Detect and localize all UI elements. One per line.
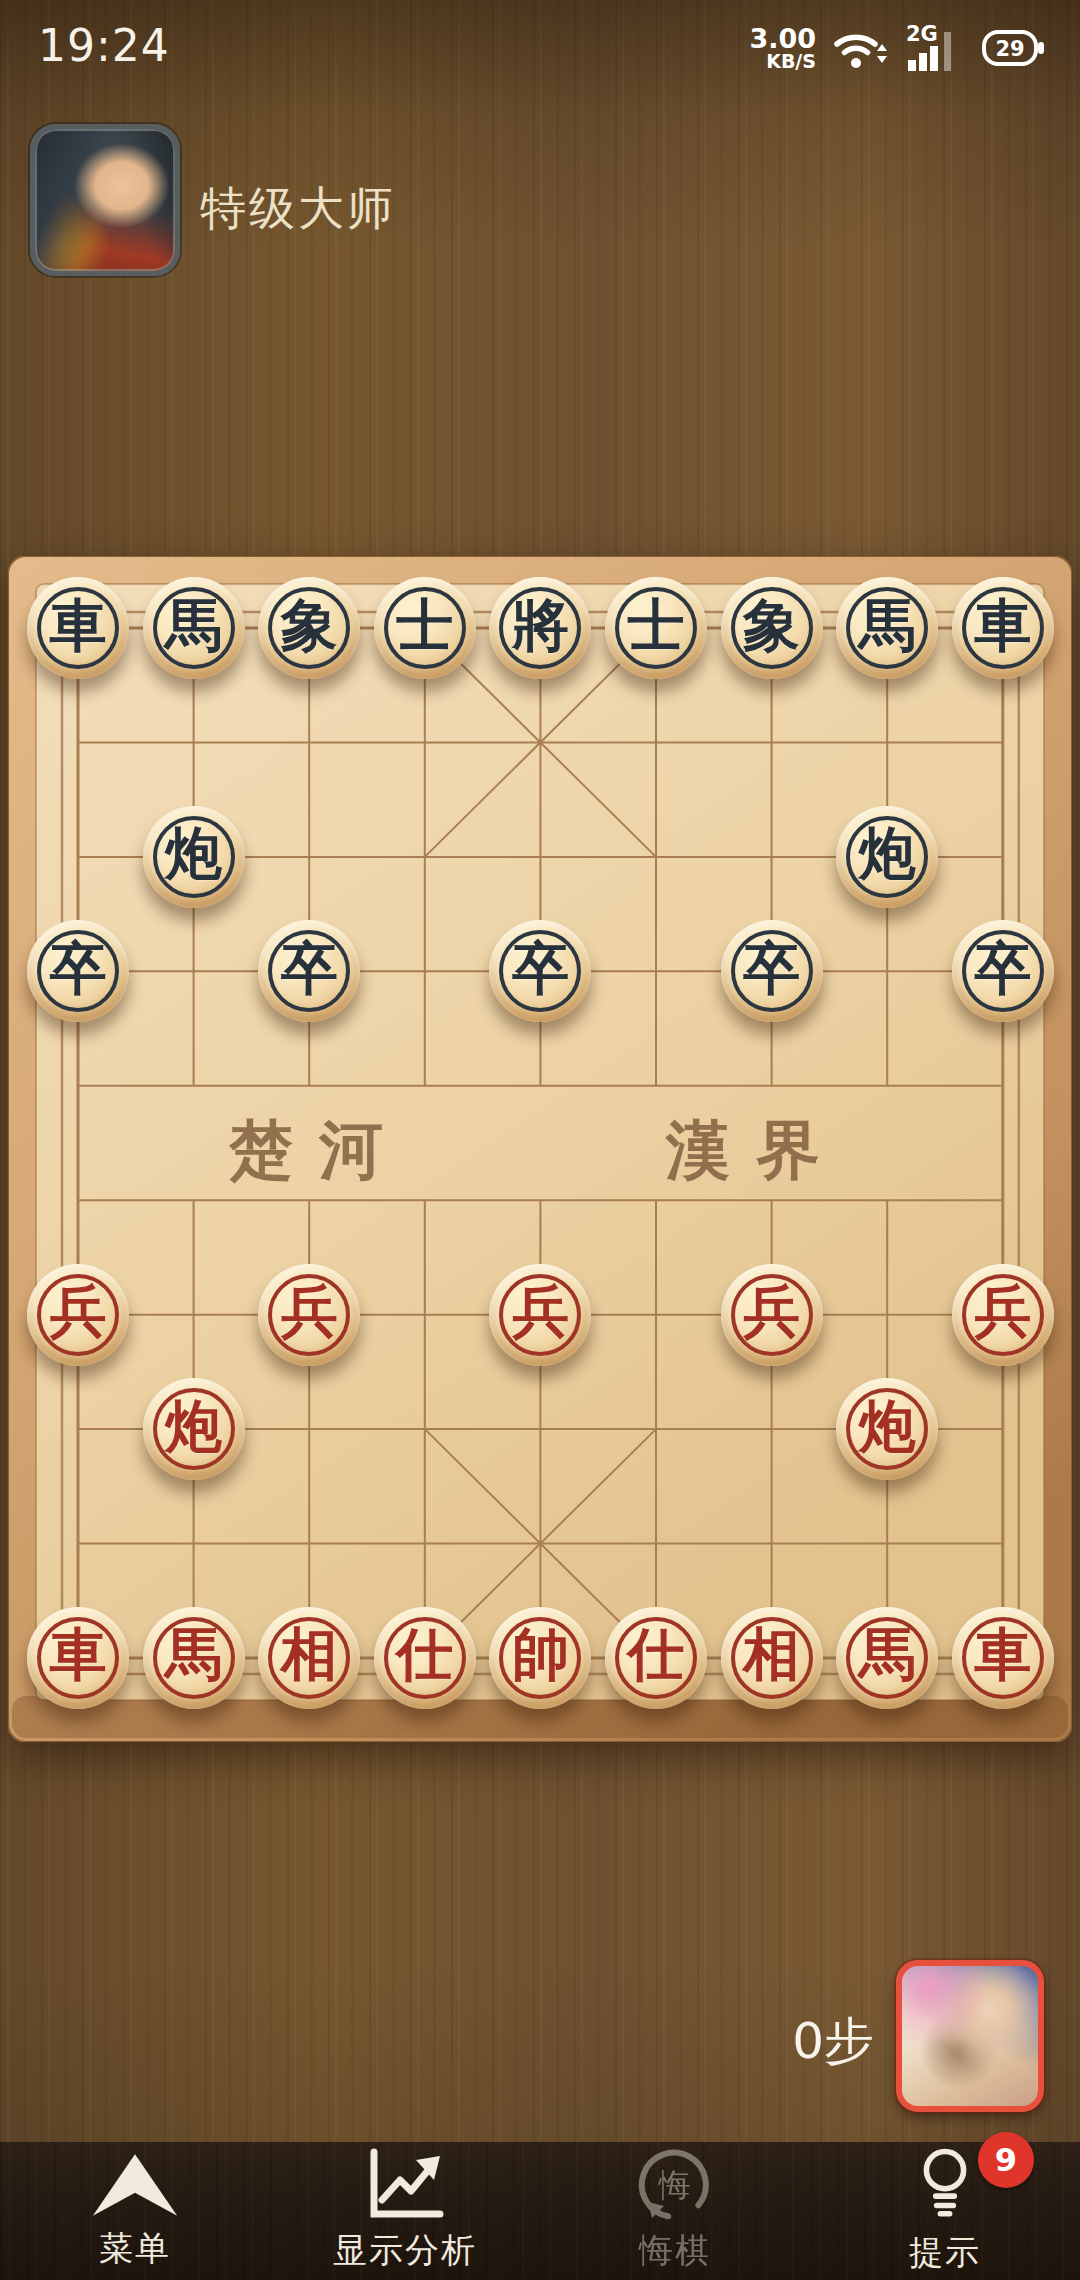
piece-red-elephant[interactable]: 相 <box>258 1607 360 1709</box>
piece-character: 卒 <box>952 920 1054 1022</box>
piece-character: 仕 <box>605 1607 707 1709</box>
piece-black-soldier[interactable]: 卒 <box>721 920 823 1022</box>
piece-character: 車 <box>27 577 129 679</box>
piece-black-advisor[interactable]: 士 <box>605 577 707 679</box>
piece-black-general[interactable]: 將 <box>489 577 591 679</box>
piece-character: 象 <box>258 577 360 679</box>
player-avatar[interactable] <box>896 1960 1044 2112</box>
piece-red-general[interactable]: 帥 <box>489 1607 591 1709</box>
piece-character: 馬 <box>143 577 245 679</box>
menu-icon <box>89 2150 181 2220</box>
hint-bulb-icon <box>913 2146 977 2224</box>
piece-red-soldier[interactable]: 兵 <box>489 1264 591 1366</box>
piece-black-soldier[interactable]: 卒 <box>952 920 1054 1022</box>
status-icons: 3.00 KB/S 2G 29 <box>749 24 1046 72</box>
piece-character: 車 <box>27 1607 129 1709</box>
network-type-label: 2G <box>906 24 938 46</box>
piece-red-advisor[interactable]: 仕 <box>374 1607 476 1709</box>
piece-character: 相 <box>258 1607 360 1709</box>
piece-character: 兵 <box>721 1264 823 1366</box>
piece-character: 卒 <box>721 920 823 1022</box>
piece-red-soldier[interactable]: 兵 <box>721 1264 823 1366</box>
menu-button[interactable]: 菜单 <box>0 2142 270 2280</box>
piece-character: 炮 <box>836 806 938 908</box>
cellular-signal-icon: 2G <box>906 24 964 72</box>
piece-red-advisor[interactable]: 仕 <box>605 1607 707 1709</box>
piece-character: 兵 <box>489 1264 591 1366</box>
piece-character: 車 <box>952 577 1054 679</box>
wifi-icon <box>834 25 888 71</box>
hint-badge: 9 <box>978 2132 1034 2188</box>
piece-black-chariot[interactable]: 車 <box>952 577 1054 679</box>
piece-black-soldier[interactable]: 卒 <box>27 920 129 1022</box>
pieces-layer: 車馬象士將士象馬車炮炮卒卒卒卒卒兵兵兵兵兵炮炮車馬相仕帥仕相馬車 <box>8 556 1072 1742</box>
piece-black-cannon[interactable]: 炮 <box>836 806 938 908</box>
piece-character: 象 <box>721 577 823 679</box>
piece-black-elephant[interactable]: 象 <box>721 577 823 679</box>
piece-character: 馬 <box>836 577 938 679</box>
piece-character: 帥 <box>489 1607 591 1709</box>
piece-character: 炮 <box>143 806 245 908</box>
piece-character: 馬 <box>836 1607 938 1709</box>
piece-character: 相 <box>721 1607 823 1709</box>
piece-character: 卒 <box>489 920 591 1022</box>
piece-black-soldier[interactable]: 卒 <box>258 920 360 1022</box>
piece-character: 將 <box>489 577 591 679</box>
piece-character: 卒 <box>27 920 129 1022</box>
piece-red-chariot[interactable]: 車 <box>27 1607 129 1709</box>
app-screen: 19:24 3.00 KB/S 2G 29 特级大师 <box>0 0 1080 2280</box>
piece-red-cannon[interactable]: 炮 <box>143 1378 245 1480</box>
piece-red-elephant[interactable]: 相 <box>721 1607 823 1709</box>
move-counter: 0步 <box>792 2008 874 2075</box>
bottom-toolbar: 菜单 显示分析 悔 悔棋 提示 9 <box>0 2142 1080 2280</box>
piece-character: 兵 <box>952 1264 1054 1366</box>
piece-black-cannon[interactable]: 炮 <box>143 806 245 908</box>
piece-character: 仕 <box>374 1607 476 1709</box>
piece-red-chariot[interactable]: 車 <box>952 1607 1054 1709</box>
piece-black-elephant[interactable]: 象 <box>258 577 360 679</box>
piece-character: 卒 <box>258 920 360 1022</box>
opponent-name: 特级大师 <box>200 178 396 240</box>
piece-red-soldier[interactable]: 兵 <box>27 1264 129 1366</box>
opponent-avatar[interactable] <box>30 124 180 276</box>
piece-black-soldier[interactable]: 卒 <box>489 920 591 1022</box>
piece-character: 馬 <box>143 1607 245 1709</box>
piece-black-horse[interactable]: 馬 <box>143 577 245 679</box>
undo-button[interactable]: 悔 悔棋 <box>540 2142 810 2280</box>
battery-percent: 29 <box>995 37 1024 61</box>
undo-icon-character: 悔 <box>658 2166 691 2204</box>
clock: 19:24 <box>38 20 170 71</box>
show-analysis-button[interactable]: 显示分析 <box>270 2142 540 2280</box>
piece-character: 車 <box>952 1607 1054 1709</box>
hint-button[interactable]: 提示 9 <box>810 2142 1080 2280</box>
network-speed: 3.00 KB/S <box>749 25 816 72</box>
piece-character: 士 <box>605 577 707 679</box>
undo-label: 悔棋 <box>639 2228 711 2274</box>
piece-character: 炮 <box>836 1378 938 1480</box>
piece-character: 炮 <box>143 1378 245 1480</box>
network-speed-value: 3.00 <box>749 25 816 53</box>
battery-icon: 29 <box>982 30 1046 66</box>
piece-black-advisor[interactable]: 士 <box>374 577 476 679</box>
piece-red-soldier[interactable]: 兵 <box>952 1264 1054 1366</box>
piece-character: 士 <box>374 577 476 679</box>
piece-red-horse[interactable]: 馬 <box>143 1607 245 1709</box>
piece-red-cannon[interactable]: 炮 <box>836 1378 938 1480</box>
piece-black-horse[interactable]: 馬 <box>836 577 938 679</box>
hint-label: 提示 <box>909 2230 981 2276</box>
piece-character: 兵 <box>258 1264 360 1366</box>
analysis-chart-icon <box>364 2148 446 2222</box>
piece-red-soldier[interactable]: 兵 <box>258 1264 360 1366</box>
network-speed-unit: KB/S <box>766 52 816 71</box>
piece-black-chariot[interactable]: 車 <box>27 577 129 679</box>
menu-label: 菜单 <box>99 2226 171 2272</box>
piece-character: 兵 <box>27 1264 129 1366</box>
undo-circle-icon: 悔 <box>638 2148 712 2222</box>
piece-red-horse[interactable]: 馬 <box>836 1607 938 1709</box>
show-analysis-label: 显示分析 <box>333 2228 477 2274</box>
xiangqi-board[interactable]: 楚河 漢界 車馬象士將士象馬車炮炮卒卒卒卒卒兵兵兵兵兵炮炮車馬相仕帥仕相馬車 <box>8 556 1072 1742</box>
